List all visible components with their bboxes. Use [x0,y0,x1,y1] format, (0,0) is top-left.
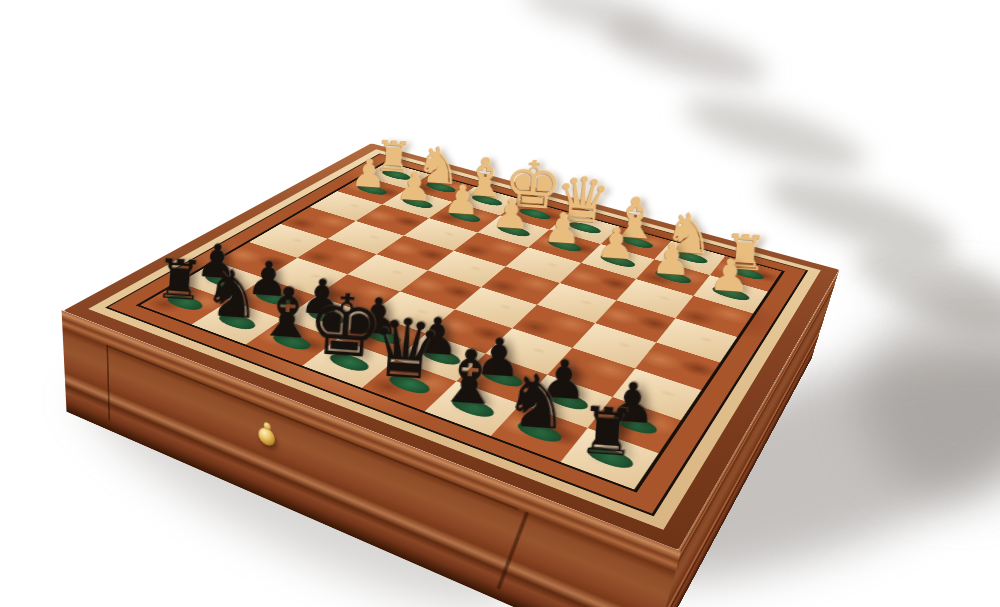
white-knight-g1: ♞ [381,137,496,195]
white-bishop-c1: ♝ [572,186,697,250]
chess-board-case: ♜♞♝♚♛♝♞♜♟♟♟♟♟♟♟♟♟♟♟♟♟♟♟♟♜♞♝♚♛♝♞♜ [63,143,839,550]
cell-c1: ♝ [601,226,671,259]
brass-knob [258,425,275,448]
cell-b2: ♟ [636,259,710,296]
cell-g4 [328,221,404,254]
white-knight-b1: ♞ [625,202,752,266]
black-rook-a8: ♜ [521,394,693,471]
square-g3 [356,204,429,235]
square-g4 [328,221,404,254]
perspective-camera: ♜♞♝♚♛♝♞♜♟♟♟♟♟♟♟♟♟♟♟♟♟♟♟♟♜♞♝♚♛♝♞♜ [0,0,1000,607]
cell-b1: ♞ [654,241,725,275]
square-e3 [454,232,529,266]
felt-base-pad [399,196,436,210]
square-g1 [407,174,475,202]
felt-base-pad [516,207,554,221]
cell-f1: ♝ [453,186,522,215]
square-f2 [429,202,500,233]
white-pawn-a2: ♟ [663,249,797,303]
white-pawn-b2: ♟ [606,233,737,285]
cell-a1: ♜ [710,256,782,292]
drawer-seam [106,344,110,421]
cell-g3 [356,204,429,235]
felt-base-pad [670,249,710,265]
cell-h4 [280,207,355,239]
square-g2 [382,189,452,218]
square-h1 [363,162,430,189]
cell-e2: ♟ [478,215,550,247]
cell-e4 [428,250,506,286]
drawer-seam [497,511,529,589]
square-f1 [453,187,522,216]
felt-base-pad [726,264,767,281]
cell-d1: ♛ [550,212,620,243]
square-c1 [601,227,671,260]
cell-h3 [310,191,382,221]
cell-d2: ♟ [528,229,601,262]
felt-base-pad [469,194,506,208]
square-f3 [404,218,478,251]
square-h4 [280,207,355,239]
square-e4 [428,251,506,287]
felt-base-pad [423,181,459,194]
cell-e1: ♚ [500,199,569,229]
felt-base-pad [446,209,484,224]
felt-base-pad [653,268,694,285]
cell-h2: ♟ [337,176,407,204]
cell-h1: ♜ [363,162,430,188]
square-b1 [654,241,725,275]
square-h3 [310,191,382,221]
square-d3 [506,247,581,283]
square-d1 [550,213,620,244]
white-pawn-g2: ♟ [355,163,473,210]
scene-tilt: ♜♞♝♚♛♝♞♜♟♟♟♟♟♟♟♟♟♟♟♟♟♟♟♟♜♞♝♚♛♝♞♜ [0,0,1000,607]
white-rook-h1: ♜ [337,132,450,182]
cell-g2: ♟ [382,189,452,218]
felt-base-pad [545,238,585,254]
square-c2 [581,244,654,279]
cell-f3 [404,218,478,251]
white-pawn-f2: ♟ [401,176,522,224]
felt-base-pad [379,169,415,182]
felt-base-pad [617,234,656,250]
white-queen-d1: ♛ [522,165,645,235]
square-h2 [337,176,407,204]
felt-base-pad [494,223,533,238]
square-e2 [478,215,550,247]
white-pawn-h2: ♟ [310,150,426,197]
cell-f2: ♟ [429,202,500,233]
felt-base-pad [710,284,752,302]
felt-base-pad [354,183,391,196]
square-b2 [636,259,710,296]
cell-g1: ♞ [407,174,475,202]
white-pawn-d2: ♟ [500,203,625,253]
white-rook-a1: ♜ [680,224,809,281]
cell-c2: ♟ [581,244,654,279]
cell-f4 [377,235,454,270]
cell-d3 [506,247,581,283]
white-pawn-c2: ♟ [552,218,680,269]
white-bishop-f1: ♝ [426,147,544,208]
product-photo-stage: ♜♞♝♚♛♝♞♜♟♟♟♟♟♟♟♟♟♟♟♟♟♟♟♟♜♞♝♚♛♝♞♜ [0,0,1000,607]
square-a1 [710,256,782,292]
white-king-e1: ♚ [473,148,594,221]
cell-e3 [454,232,529,266]
white-pawn-e2: ♟ [449,189,572,238]
square-e1 [500,199,569,229]
felt-base-pad [566,220,604,235]
square-d2 [528,229,601,262]
square-f4 [377,236,454,271]
felt-base-pad [598,253,638,270]
